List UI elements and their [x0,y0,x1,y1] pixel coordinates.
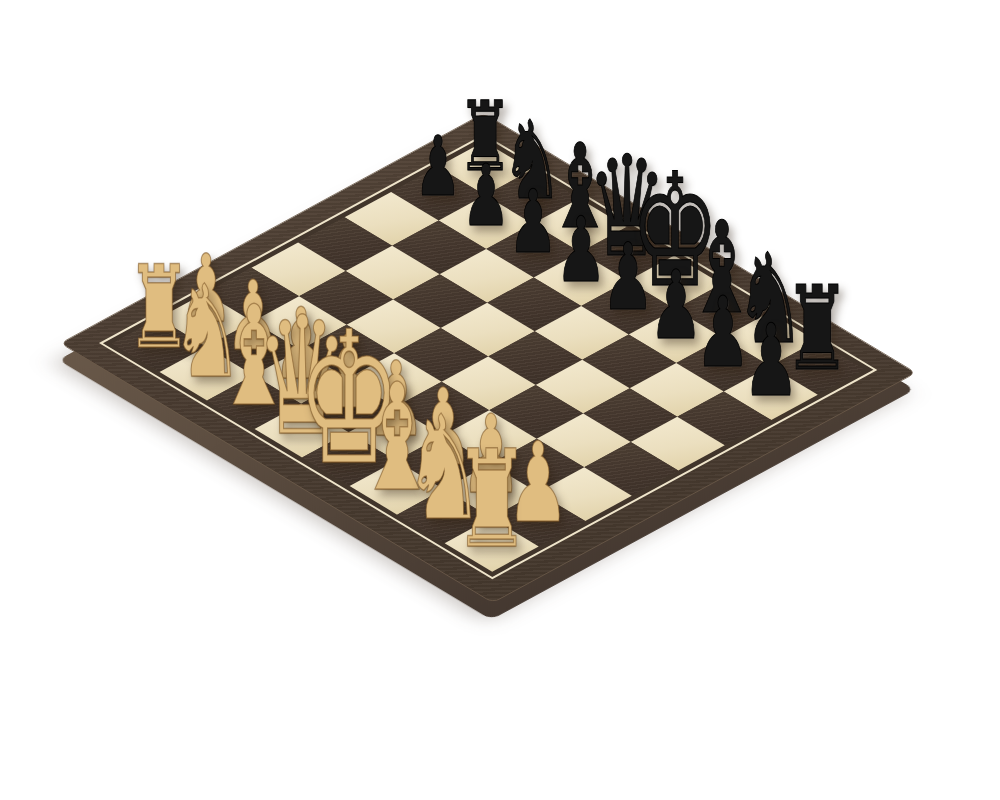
chess-set-photo: ♜♟♞♟♝♟♛♟♚♟♝♟♟♞♜♟♟♜♞♟♟♝♟♛♟♚♟♝♟♞♟♜ [0,0,1000,800]
board-frame [60,113,917,603]
chess-board-grid [103,136,874,577]
